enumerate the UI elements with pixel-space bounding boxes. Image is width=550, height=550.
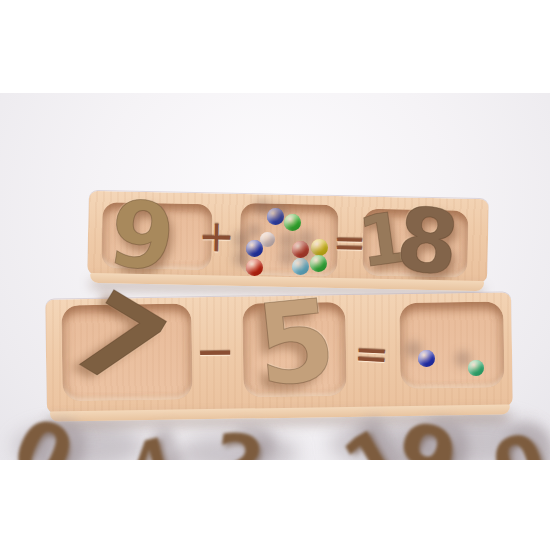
- wooden-numeral-2-loose: 2: [209, 422, 269, 460]
- product-photo: 9 + = 1 8 7 − 5 = 042190: [0, 93, 550, 460]
- wooden-numeral-0-loose: 0: [2, 405, 83, 460]
- wooden-numeral-0-loose: 0: [484, 421, 550, 460]
- wooden-numeral-4-loose: 4: [123, 429, 180, 460]
- scattered-numerals: 042190: [0, 93, 550, 460]
- wooden-numeral-9-loose: 9: [385, 408, 466, 460]
